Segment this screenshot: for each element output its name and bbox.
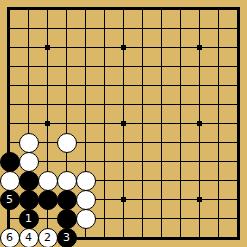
star-point	[121, 197, 126, 202]
stone-white	[76, 209, 96, 229]
star-point	[45, 121, 50, 126]
stone-black-move-5: 5	[0, 190, 20, 210]
stone-black	[57, 209, 77, 229]
stone-white-move-4: 4	[19, 228, 39, 247]
stone-black-move-3: 3	[57, 228, 77, 247]
star-point	[197, 121, 202, 126]
stone-black	[0, 152, 20, 172]
go-board-diagram: 516423	[0, 0, 247, 247]
stone-white	[76, 171, 96, 191]
move-number-label: 1	[25, 213, 32, 224]
stone-black	[19, 190, 39, 210]
stone-white	[19, 133, 39, 153]
stone-white	[19, 152, 39, 172]
stone-black	[19, 171, 39, 191]
star-point	[197, 197, 202, 202]
stone-white-move-2: 2	[38, 228, 58, 247]
star-point	[121, 45, 126, 50]
go-board: 516423	[0, 0, 247, 247]
star-point	[121, 121, 126, 126]
stone-white-move-6: 6	[0, 228, 20, 247]
star-point	[45, 45, 50, 50]
move-number-label: 6	[6, 232, 13, 243]
stone-white	[57, 171, 77, 191]
stone-black	[57, 190, 77, 210]
stone-white	[57, 133, 77, 153]
move-number-label: 4	[25, 232, 32, 243]
move-number-label: 5	[6, 194, 13, 205]
stone-white	[76, 190, 96, 210]
stone-black	[38, 190, 58, 210]
star-point	[197, 45, 202, 50]
move-number-label: 2	[44, 232, 51, 243]
move-number-label: 3	[63, 232, 70, 243]
stone-white	[38, 171, 58, 191]
stone-black-move-1: 1	[19, 209, 39, 229]
stone-white	[0, 171, 20, 191]
